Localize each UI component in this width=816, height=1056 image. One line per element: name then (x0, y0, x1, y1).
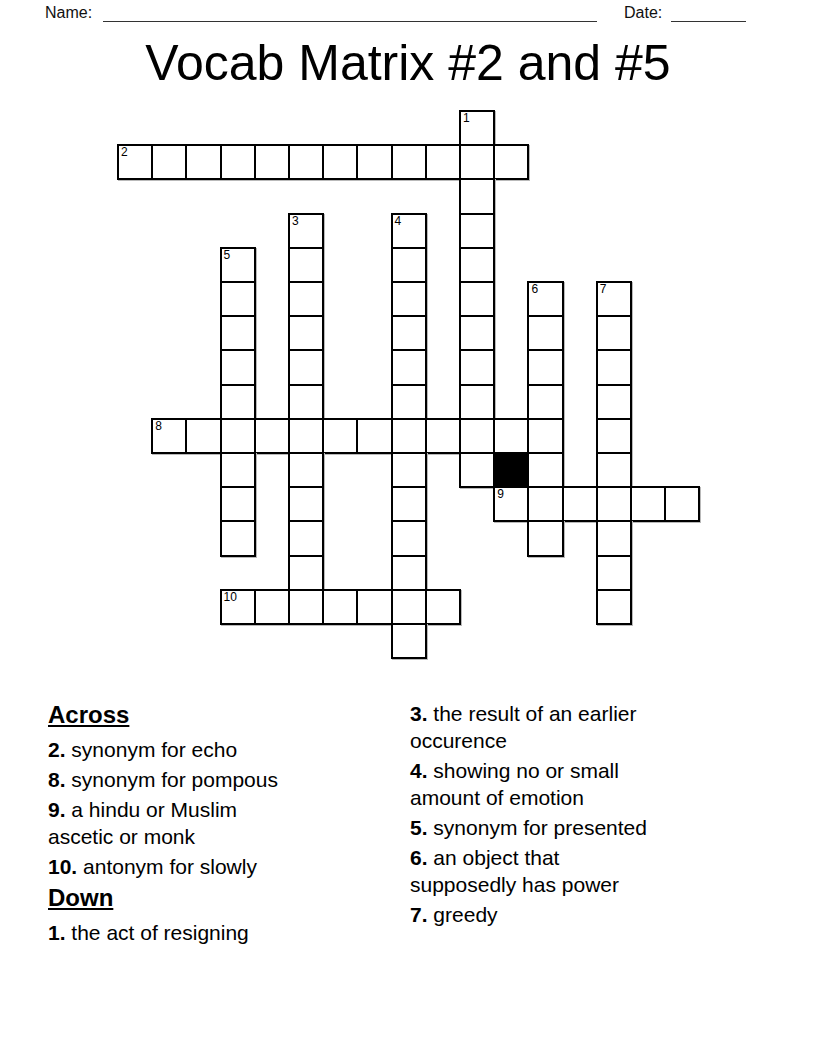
grid-cell[interactable] (527, 349, 563, 385)
grid-cell[interactable] (391, 418, 427, 454)
grid-cell[interactable] (425, 144, 461, 180)
clue-text: antonym for slowly (83, 855, 257, 878)
grid-cell[interactable]: 5 (220, 247, 256, 283)
grid-cell[interactable] (288, 384, 324, 420)
grid-cell[interactable] (391, 520, 427, 556)
grid-cell[interactable] (254, 144, 290, 180)
grid-cell[interactable] (391, 486, 427, 522)
grid-cell[interactable] (288, 144, 324, 180)
grid-cell[interactable]: 6 (527, 281, 563, 317)
grid-cell[interactable] (220, 384, 256, 420)
clue-down-4: 4. showing no or small amount of emotion (410, 757, 760, 811)
grid-cell[interactable] (288, 589, 324, 625)
grid-cell[interactable] (527, 418, 563, 454)
grid-cell[interactable]: 1 (459, 110, 495, 146)
date-blank-line (671, 4, 746, 22)
grid-cell[interactable] (459, 418, 495, 454)
grid-cell[interactable] (596, 589, 632, 625)
grid-cell[interactable] (459, 247, 495, 283)
grid-cell[interactable] (596, 418, 632, 454)
grid-cell[interactable] (288, 315, 324, 351)
grid-cell[interactable] (391, 589, 427, 625)
clue-number: 9. (48, 798, 66, 821)
grid-cell[interactable] (185, 144, 221, 180)
grid-cell[interactable] (254, 589, 290, 625)
grid-cell[interactable] (630, 486, 666, 522)
grid-cell[interactable] (322, 418, 358, 454)
grid-cell[interactable] (288, 555, 324, 591)
name-blank-line (103, 4, 597, 22)
grid-cell[interactable] (288, 349, 324, 385)
clue-down-1: 1. the act of resigning (48, 919, 402, 946)
clue-across-10: 10. antonym for slowly (48, 853, 402, 880)
clue-text: synonym for pompous (71, 768, 278, 791)
grid-cell[interactable] (220, 418, 256, 454)
cell-number: 7 (600, 283, 607, 296)
clue-number: 1. (48, 921, 66, 944)
grid-cell[interactable] (527, 520, 563, 556)
grid-cell[interactable] (288, 520, 324, 556)
grid-cell[interactable] (459, 281, 495, 317)
grid-cell[interactable] (391, 452, 427, 488)
clue-number: 3. (410, 702, 428, 725)
grid-cell[interactable] (151, 144, 187, 180)
grid-cell[interactable] (459, 452, 495, 488)
across-heading: Across (48, 700, 402, 730)
grid-cell[interactable] (596, 452, 632, 488)
cell-number: 8 (155, 420, 162, 433)
clue-text: an object that supposedly has power (410, 846, 619, 896)
grid-cell[interactable] (356, 144, 392, 180)
grid-cell[interactable] (596, 486, 632, 522)
black-cell (493, 452, 529, 488)
grid-cell[interactable] (356, 418, 392, 454)
date-label: Date: (624, 4, 662, 22)
crossword-grid: 12345678910 (117, 110, 701, 660)
grid-cell[interactable] (425, 418, 461, 454)
grid-cell[interactable] (391, 281, 427, 317)
grid-cell[interactable] (220, 144, 256, 180)
grid-cell[interactable] (322, 144, 358, 180)
grid-cell[interactable] (288, 418, 324, 454)
clue-text: showing no or small amount of emotion (410, 759, 619, 809)
grid-cell[interactable] (596, 384, 632, 420)
grid-cell[interactable] (391, 349, 427, 385)
clue-number: 5. (410, 816, 428, 839)
grid-cell[interactable] (288, 486, 324, 522)
cell-number: 10 (224, 591, 237, 604)
grid-cell[interactable] (185, 418, 221, 454)
grid-cell[interactable] (459, 144, 495, 180)
clue-number: 2. (48, 738, 66, 761)
grid-cell[interactable] (254, 418, 290, 454)
clue-text: synonym for echo (71, 738, 237, 761)
grid-cell[interactable] (288, 247, 324, 283)
clue-number: 4. (410, 759, 428, 782)
grid-cell[interactable] (459, 213, 495, 249)
cell-number: 2 (121, 146, 128, 159)
crossword-worksheet: { "game": "crossword", "title": "Vocab M… (0, 0, 816, 1056)
down-heading: Down (48, 883, 402, 913)
grid-cell[interactable] (459, 384, 495, 420)
grid-cell[interactable] (322, 589, 358, 625)
grid-cell[interactable] (220, 281, 256, 317)
grid-cell[interactable] (391, 384, 427, 420)
grid-cell[interactable] (596, 315, 632, 351)
grid-cell[interactable]: 7 (596, 281, 632, 317)
grid-cell[interactable]: 10 (220, 589, 256, 625)
clue-across-9: 9. a hindu or Muslim ascetic or monk (48, 796, 402, 850)
cell-number: 5 (224, 249, 231, 262)
cell-number: 4 (395, 215, 402, 228)
cell-number: 3 (292, 215, 299, 228)
clue-across-8: 8. synonym for pompous (48, 766, 402, 793)
grid-cell[interactable] (220, 315, 256, 351)
grid-cell[interactable] (220, 520, 256, 556)
grid-cell[interactable] (493, 144, 529, 180)
grid-cell[interactable] (596, 520, 632, 556)
clue-number: 10. (48, 855, 77, 878)
clue-down-3: 3. the result of an earlier occurence (410, 700, 760, 754)
grid-cell[interactable] (220, 486, 256, 522)
grid-cell[interactable] (527, 486, 563, 522)
clue-text: a hindu or Muslim ascetic or monk (48, 798, 237, 848)
name-label: Name: (45, 4, 92, 22)
clues-right-column: 3. the result of an earlier occurence 4.… (410, 700, 760, 931)
clue-down-7: 7. greedy (410, 901, 760, 928)
grid-cell[interactable] (356, 589, 392, 625)
clue-down-6: 6. an object that supposedly has power (410, 844, 760, 898)
grid-cell[interactable] (391, 247, 427, 283)
grid-cell[interactable]: 8 (151, 418, 187, 454)
clue-number: 6. (410, 846, 428, 869)
grid-cell[interactable] (527, 384, 563, 420)
grid-cell[interactable] (493, 418, 529, 454)
clue-text: synonym for presented (433, 816, 647, 839)
grid-cell[interactable] (596, 349, 632, 385)
grid-cell[interactable] (664, 486, 700, 522)
grid-cell[interactable] (527, 452, 563, 488)
grid-cell[interactable]: 2 (117, 144, 153, 180)
cell-number: 6 (531, 283, 538, 296)
clue-text: the act of resigning (71, 921, 248, 944)
grid-cell[interactable] (288, 281, 324, 317)
grid-cell[interactable]: 3 (288, 213, 324, 249)
grid-cell[interactable] (391, 315, 427, 351)
grid-cell[interactable] (596, 555, 632, 591)
clue-down-5: 5. synonym for presented (410, 814, 760, 841)
clue-across-2: 2. synonym for echo (48, 736, 402, 763)
grid-cell[interactable]: 9 (493, 486, 529, 522)
grid-cell[interactable]: 4 (391, 213, 427, 249)
grid-cell[interactable] (220, 452, 256, 488)
grid-cell[interactable] (288, 452, 324, 488)
grid-cell[interactable] (220, 349, 256, 385)
clue-number: 7. (410, 903, 428, 926)
grid-cell[interactable] (425, 589, 461, 625)
grid-cell[interactable] (391, 555, 427, 591)
clue-number: 8. (48, 768, 66, 791)
grid-cell[interactable] (459, 178, 495, 214)
clue-text: greedy (433, 903, 497, 926)
grid-cell[interactable] (527, 315, 563, 351)
grid-cell[interactable] (562, 486, 598, 522)
grid-cell[interactable] (459, 315, 495, 351)
clue-text: the result of an earlier occurence (410, 702, 636, 752)
grid-cell[interactable] (391, 144, 427, 180)
page-title: Vocab Matrix #2 and #5 (0, 34, 816, 92)
grid-cell[interactable] (391, 623, 427, 659)
grid-cell[interactable] (459, 349, 495, 385)
clues-left-column: Across 2. synonym for echo 8. synonym fo… (48, 700, 402, 949)
cell-number: 9 (497, 488, 504, 501)
cell-number: 1 (463, 112, 470, 125)
